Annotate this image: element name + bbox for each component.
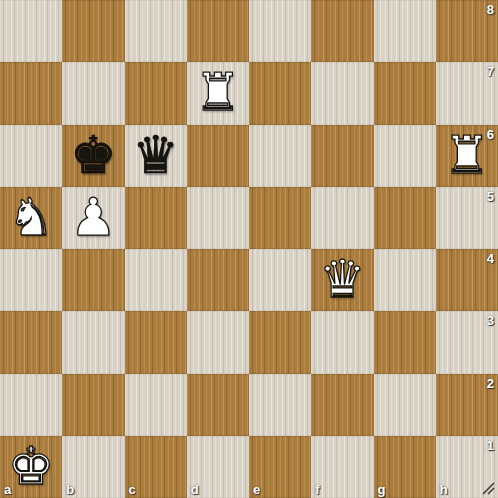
square-d6[interactable] <box>187 125 249 187</box>
piece-black-queen[interactable]: ♛ <box>132 129 179 181</box>
file-label-c: c <box>129 483 136 496</box>
rank-label-5: 5 <box>487 190 494 203</box>
square-e1[interactable]: e <box>249 436 311 498</box>
file-label-b: b <box>66 483 74 496</box>
square-c2[interactable] <box>125 374 187 436</box>
file-label-f: f <box>315 483 319 496</box>
square-a6[interactable] <box>0 125 62 187</box>
piece-black-king[interactable]: ♚ <box>70 129 117 181</box>
square-e6[interactable] <box>249 125 311 187</box>
square-a4[interactable] <box>0 249 62 311</box>
square-h7[interactable]: 7 <box>436 62 498 124</box>
piece-white-king[interactable]: ♚ <box>8 440 55 492</box>
square-b5[interactable]: ♟ <box>62 187 124 249</box>
rank-label-4: 4 <box>487 252 494 265</box>
square-d1[interactable]: d <box>187 436 249 498</box>
file-label-d: d <box>191 483 199 496</box>
square-b7[interactable] <box>62 62 124 124</box>
square-f1[interactable]: f <box>311 436 373 498</box>
square-f6[interactable] <box>311 125 373 187</box>
rank-label-7: 7 <box>487 65 494 78</box>
square-a5[interactable]: ♞ <box>0 187 62 249</box>
square-f4[interactable]: ♛ <box>311 249 373 311</box>
square-g6[interactable] <box>374 125 436 187</box>
square-a8[interactable] <box>0 0 62 62</box>
square-f8[interactable] <box>311 0 373 62</box>
square-b3[interactable] <box>62 311 124 373</box>
square-b2[interactable] <box>62 374 124 436</box>
square-a2[interactable] <box>0 374 62 436</box>
rank-label-1: 1 <box>487 439 494 452</box>
square-d3[interactable] <box>187 311 249 373</box>
square-b1[interactable]: b <box>62 436 124 498</box>
square-b6[interactable]: ♚ <box>62 125 124 187</box>
piece-white-pawn[interactable]: ♟ <box>70 191 117 243</box>
square-a3[interactable] <box>0 311 62 373</box>
square-g5[interactable] <box>374 187 436 249</box>
square-c8[interactable] <box>125 0 187 62</box>
file-label-e: e <box>253 483 260 496</box>
square-e3[interactable] <box>249 311 311 373</box>
rank-label-2: 2 <box>487 377 494 390</box>
square-g7[interactable] <box>374 62 436 124</box>
square-a7[interactable] <box>0 62 62 124</box>
square-h4[interactable]: 4 <box>436 249 498 311</box>
file-label-g: g <box>378 483 386 496</box>
square-h8[interactable]: 8 <box>436 0 498 62</box>
square-d2[interactable] <box>187 374 249 436</box>
square-h5[interactable]: 5 <box>436 187 498 249</box>
piece-white-rook[interactable]: ♜ <box>444 129 491 181</box>
square-e8[interactable] <box>249 0 311 62</box>
square-f7[interactable] <box>311 62 373 124</box>
piece-white-queen[interactable]: ♛ <box>319 253 366 305</box>
piece-white-rook[interactable]: ♜ <box>195 66 242 118</box>
rank-label-3: 3 <box>487 314 494 327</box>
file-label-h: h <box>440 483 448 496</box>
square-f3[interactable] <box>311 311 373 373</box>
square-c4[interactable] <box>125 249 187 311</box>
square-a1[interactable]: a♚ <box>0 436 62 498</box>
square-c5[interactable] <box>125 187 187 249</box>
square-b8[interactable] <box>62 0 124 62</box>
square-c7[interactable] <box>125 62 187 124</box>
square-f2[interactable] <box>311 374 373 436</box>
square-h6[interactable]: 6♜ <box>436 125 498 187</box>
square-e5[interactable] <box>249 187 311 249</box>
piece-white-knight[interactable]: ♞ <box>8 191 55 243</box>
square-c6[interactable]: ♛ <box>125 125 187 187</box>
chess-board: 8♜7♚♛6♜♞♟5♛432a♚bcdefg1h <box>0 0 498 498</box>
square-f5[interactable] <box>311 187 373 249</box>
square-e4[interactable] <box>249 249 311 311</box>
square-g1[interactable]: g <box>374 436 436 498</box>
square-g2[interactable] <box>374 374 436 436</box>
square-d4[interactable] <box>187 249 249 311</box>
square-g3[interactable] <box>374 311 436 373</box>
square-b4[interactable] <box>62 249 124 311</box>
square-e2[interactable] <box>249 374 311 436</box>
square-h2[interactable]: 2 <box>436 374 498 436</box>
square-h3[interactable]: 3 <box>436 311 498 373</box>
resize-grip-icon[interactable] <box>479 479 495 495</box>
square-d7[interactable]: ♜ <box>187 62 249 124</box>
square-d8[interactable] <box>187 0 249 62</box>
square-e7[interactable] <box>249 62 311 124</box>
square-d5[interactable] <box>187 187 249 249</box>
square-g4[interactable] <box>374 249 436 311</box>
square-c1[interactable]: c <box>125 436 187 498</box>
square-g8[interactable] <box>374 0 436 62</box>
rank-label-8: 8 <box>487 3 494 16</box>
chess-board-window: 8♜7♚♛6♜♞♟5♛432a♚bcdefg1h <box>0 0 498 498</box>
square-c3[interactable] <box>125 311 187 373</box>
